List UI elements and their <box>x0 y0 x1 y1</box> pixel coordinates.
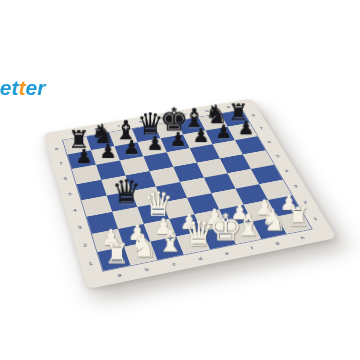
piece-wrapper: ♟ <box>161 136 189 152</box>
file-label: g <box>274 240 280 245</box>
product-photo-chess-set: better abcdefgh 87654321 ♜♞♝♛♚♝♞♜♟♟♟♟♟♟♟… <box>0 0 360 360</box>
piece-black-pawn-d7: ♟ <box>146 134 163 153</box>
piece-black-queen-b4: ♛ <box>112 175 142 208</box>
square-g6 <box>213 140 243 158</box>
chess-mat-scene: abcdefgh 87654321 ♜♞♝♛♚♝♞♜♟♟♟♟♟♟♟♟♛♛♟♟♟♟… <box>43 99 336 290</box>
file-label: h <box>300 235 306 240</box>
square-a1: ♜ <box>98 247 131 271</box>
piece-white-knight-b1: ♞ <box>130 231 158 262</box>
piece-black-pawn-c7: ♟ <box>123 138 140 157</box>
rank-label: 1 <box>88 261 93 266</box>
logo-letter: r <box>37 76 45 100</box>
logo-letter: t <box>12 76 19 100</box>
rank-label: 2 <box>83 242 88 247</box>
rank-label: 1 <box>312 216 318 221</box>
rank-label: 4 <box>284 169 289 173</box>
piece-white-bishop-c1: ♝ <box>157 226 185 257</box>
file-label: d <box>198 256 203 261</box>
piece-wrapper: ♟ <box>92 148 120 164</box>
piece-black-pawn-a7: ♟ <box>75 146 93 166</box>
rank-label: 5 <box>68 192 72 196</box>
piece-wrapper: ♛ <box>105 186 137 211</box>
rank-label: 8 <box>55 147 59 151</box>
square-b4: ♛ <box>107 191 138 212</box>
rank-label: 5 <box>275 154 280 158</box>
piece-white-knight-g1: ♞ <box>260 206 287 236</box>
watermark-logo-better: better <box>0 76 45 100</box>
piece-white-queen-d1: ♛ <box>183 216 214 251</box>
piece-wrapper: ♟ <box>115 144 143 160</box>
piece-black-pawn-h7: ♟ <box>237 118 254 137</box>
logo-letter: t <box>19 76 26 100</box>
logo-letter: e <box>0 76 12 100</box>
rank-label: 7 <box>259 126 264 130</box>
piece-black-pawn-g7: ♟ <box>215 122 232 141</box>
piece-wrapper: ♜ <box>97 246 130 270</box>
file-label: c <box>171 261 176 266</box>
rank-label: 6 <box>63 176 67 180</box>
rank-label: 3 <box>293 184 298 188</box>
piece-white-rook-h1: ♜ <box>287 204 311 231</box>
vinyl-chess-mat: abcdefgh 87654321 ♜♞♝♛♚♝♞♜♟♟♟♟♟♟♟♟♛♛♟♟♟♟… <box>43 99 336 290</box>
piece-wrapper: ♟ <box>206 128 234 143</box>
square-d7: ♟ <box>138 138 167 156</box>
square-b1: ♞ <box>124 242 157 266</box>
file-label: f <box>250 246 254 251</box>
rank-label: 7 <box>59 161 63 165</box>
piece-black-pawn-e7: ♟ <box>169 130 186 149</box>
file-label: b <box>144 267 149 272</box>
file-label: a <box>117 272 122 277</box>
file-label: e <box>224 251 230 256</box>
piece-black-pawn-f7: ♟ <box>192 126 209 145</box>
rank-label: 6 <box>267 140 272 144</box>
rank-label: 3 <box>78 225 83 230</box>
logo-letter: e <box>26 76 38 100</box>
rank-label: 4 <box>73 208 78 213</box>
piece-wrapper: ♟ <box>68 152 96 168</box>
piece-black-pawn-b7: ♟ <box>99 142 116 161</box>
piece-white-rook-a1: ♜ <box>104 240 129 268</box>
